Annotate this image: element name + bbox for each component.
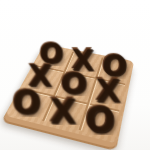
cell-r2c2[interactable]: O [78,103,124,144]
o-piece[interactable]: O [84,101,114,136]
board-cells: O X O X O X O [4,44,134,144]
o-piece[interactable]: O [11,85,39,118]
board-3d-stage: O X O X O X O [17,16,133,148]
product-photo-scene: O X O X O X O [0,0,150,150]
x-piece[interactable]: X [48,93,74,127]
tic-tac-toe-board: O X O X O X O [4,44,134,144]
